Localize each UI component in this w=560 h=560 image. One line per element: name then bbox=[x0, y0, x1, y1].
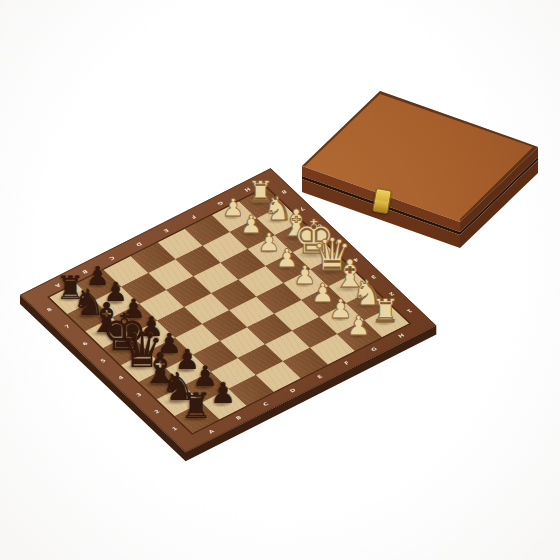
chess-piece-dark-rook: ♜ bbox=[180, 388, 211, 423]
chess-piece-light-pawn: ♟ bbox=[346, 313, 370, 340]
chess-piece-light-rook: ♜ bbox=[371, 294, 400, 326]
chess-piece-dark-pawn: ♟ bbox=[210, 380, 236, 409]
chess-pieces-layer: ♜♟♟♜♞♟♟♞♝♟♟♝♚♟♟♚♛♟♟♛♝♟♟♝♞♟♟♞♜♟♟♜ bbox=[0, 0, 560, 560]
product-photo-scene: AABBCCDDEEFFGGHH1122334455667788 ♜♟♟♜♞♟♟… bbox=[0, 0, 560, 560]
